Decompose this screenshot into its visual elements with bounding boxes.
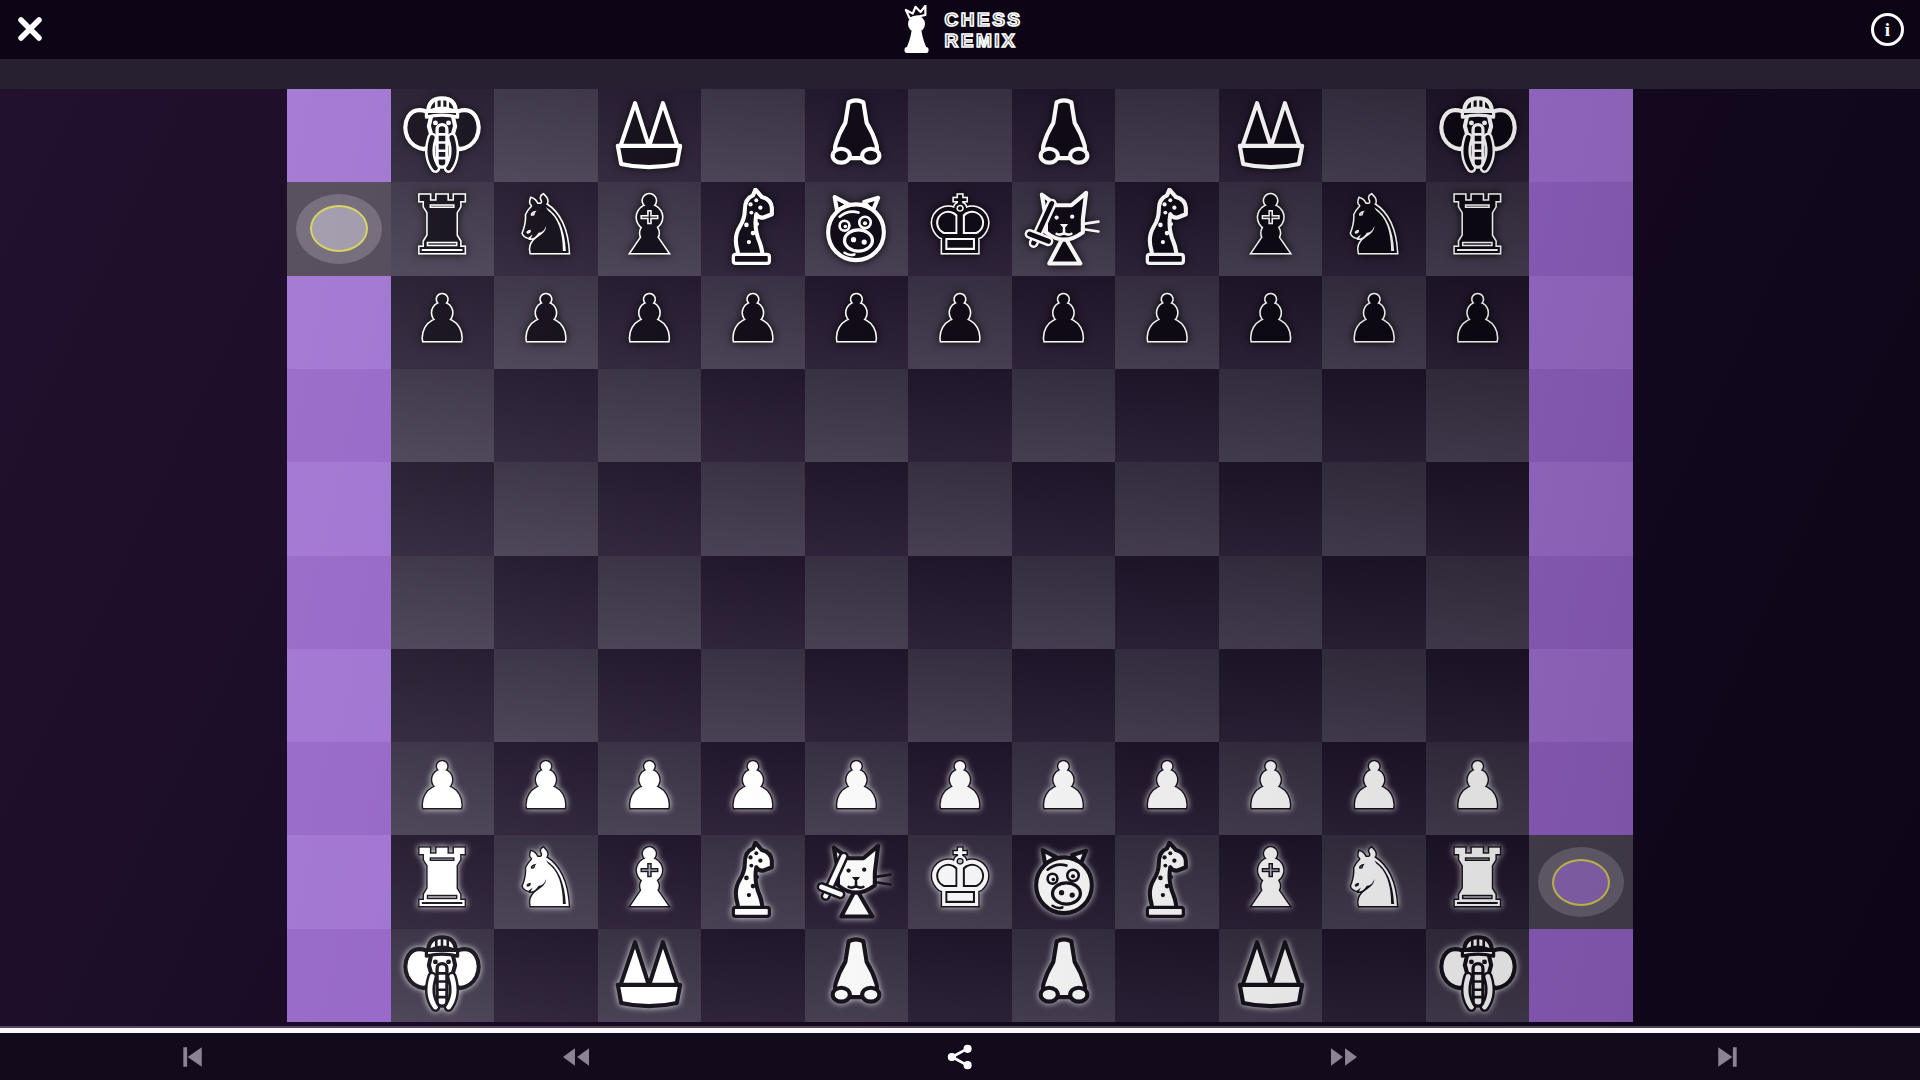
square-g9[interactable]: ♚ — [908, 182, 1012, 275]
chess-remix-screen: CHESS REMIX i — [0, 0, 1920, 1080]
square-m3[interactable] — [1529, 742, 1633, 835]
white-elephant-piece[interactable] — [1426, 929, 1530, 1022]
square-h8[interactable]: ♟ — [1012, 276, 1116, 369]
square-h2[interactable] — [1012, 835, 1116, 928]
square-a6[interactable] — [287, 462, 391, 555]
app-title: CHESS REMIX — [945, 9, 1023, 51]
white-bishop-piece[interactable]: ♝ — [1219, 835, 1323, 928]
skip-to-end-button[interactable] — [1712, 1042, 1744, 1072]
square-l6[interactable] — [1426, 462, 1530, 555]
square-l2[interactable]: ♜ — [1426, 835, 1530, 928]
square-e1[interactable] — [701, 929, 805, 1022]
square-j6[interactable] — [1219, 462, 1323, 555]
square-i4[interactable] — [1115, 649, 1219, 742]
black-elephant-piece[interactable] — [391, 89, 495, 182]
square-k9[interactable]: ♞ — [1322, 182, 1426, 275]
square-c8[interactable]: ♟ — [494, 276, 598, 369]
square-a10[interactable] — [287, 89, 391, 182]
square-j5[interactable] — [1219, 556, 1323, 649]
square-f9[interactable] — [805, 182, 909, 275]
white-pig-piece[interactable] — [1012, 835, 1116, 928]
square-f10[interactable] — [805, 89, 909, 182]
info-button[interactable]: i — [1871, 13, 1904, 46]
black-pawn-piece[interactable]: ♟ — [1426, 276, 1530, 369]
white-pawn-piece[interactable]: ♟ — [1219, 742, 1323, 835]
white-nose-piece[interactable] — [1012, 929, 1116, 1022]
black-giraffe-piece[interactable] — [701, 182, 805, 275]
square-m1[interactable] — [1529, 929, 1633, 1022]
square-h3[interactable]: ♟ — [1012, 742, 1116, 835]
share-button[interactable] — [944, 1042, 976, 1072]
square-f7[interactable] — [805, 369, 909, 462]
square-b2[interactable]: ♜ — [391, 835, 495, 928]
square-j9[interactable]: ♝ — [1219, 182, 1323, 275]
move-marker-ring — [1552, 859, 1610, 906]
black-pawn-piece[interactable]: ♟ — [494, 276, 598, 369]
white-pawn-piece[interactable]: ♟ — [1012, 742, 1116, 835]
square-l7[interactable] — [1426, 369, 1530, 462]
square-h5[interactable] — [1012, 556, 1116, 649]
pawn-crown-logo-icon — [898, 5, 938, 54]
app-logo: CHESS REMIX — [898, 5, 1023, 54]
black-pawn-piece[interactable]: ♟ — [701, 276, 805, 369]
square-e3[interactable]: ♟ — [701, 742, 805, 835]
square-l4[interactable] — [1426, 649, 1530, 742]
square-f8[interactable]: ♟ — [805, 276, 909, 369]
square-j4[interactable] — [1219, 649, 1323, 742]
square-a2[interactable] — [287, 835, 391, 928]
square-m9[interactable] — [1529, 182, 1633, 275]
square-g4[interactable] — [908, 649, 1012, 742]
square-a1[interactable] — [287, 929, 391, 1022]
square-k6[interactable] — [1322, 462, 1426, 555]
square-b6[interactable] — [391, 462, 495, 555]
square-k4[interactable] — [1322, 649, 1426, 742]
white-bishop-piece[interactable]: ♝ — [598, 835, 702, 928]
white-crown-piece[interactable] — [598, 929, 702, 1022]
square-f1[interactable] — [805, 929, 909, 1022]
square-m4[interactable] — [1529, 649, 1633, 742]
square-l1[interactable] — [1426, 929, 1530, 1022]
square-c6[interactable] — [494, 462, 598, 555]
square-g3[interactable]: ♟ — [908, 742, 1012, 835]
square-a9[interactable] — [287, 182, 391, 275]
white-rook-piece[interactable]: ♜ — [391, 835, 495, 928]
square-e8[interactable]: ♟ — [701, 276, 805, 369]
white-pawn-piece[interactable]: ♟ — [1322, 742, 1426, 835]
app-title-line1: CHESS — [945, 9, 1023, 30]
white-king-piece[interactable]: ♚ — [908, 835, 1012, 928]
square-a4[interactable] — [287, 649, 391, 742]
black-elephant-piece[interactable] — [1426, 89, 1530, 182]
square-i10[interactable] — [1115, 89, 1219, 182]
black-pawn-piece[interactable]: ♟ — [908, 276, 1012, 369]
white-knight-piece[interactable]: ♞ — [1322, 835, 1426, 928]
black-rook-piece[interactable]: ♜ — [391, 182, 495, 275]
square-k8[interactable]: ♟ — [1322, 276, 1426, 369]
square-k1[interactable] — [1322, 929, 1426, 1022]
square-j1[interactable] — [1219, 929, 1323, 1022]
square-c7[interactable] — [494, 369, 598, 462]
square-m5[interactable] — [1529, 556, 1633, 649]
square-a7[interactable] — [287, 369, 391, 462]
square-k7[interactable] — [1322, 369, 1426, 462]
square-d3[interactable]: ♟ — [598, 742, 702, 835]
square-g1[interactable] — [908, 929, 1012, 1022]
square-c9[interactable]: ♞ — [494, 182, 598, 275]
square-h9[interactable] — [1012, 182, 1116, 275]
square-g5[interactable] — [908, 556, 1012, 649]
rewind-icon — [560, 1044, 592, 1070]
sub-header-strip — [0, 59, 1920, 89]
square-m10[interactable] — [1529, 89, 1633, 182]
square-d5[interactable] — [598, 556, 702, 649]
info-icon: i — [1885, 20, 1890, 39]
square-e6[interactable] — [701, 462, 805, 555]
white-pawn-piece[interactable]: ♟ — [391, 742, 495, 835]
square-c1[interactable] — [494, 929, 598, 1022]
square-b3[interactable]: ♟ — [391, 742, 495, 835]
black-bishop-piece[interactable]: ♝ — [1219, 182, 1323, 275]
black-pawn-piece[interactable]: ♟ — [1115, 276, 1219, 369]
square-h7[interactable] — [1012, 369, 1116, 462]
black-rook-piece[interactable]: ♜ — [1426, 182, 1530, 275]
black-cat-piece[interactable] — [1012, 182, 1116, 275]
black-pawn-piece[interactable]: ♟ — [1322, 276, 1426, 369]
square-j7[interactable] — [1219, 369, 1323, 462]
square-e10[interactable] — [701, 89, 805, 182]
square-d4[interactable] — [598, 649, 702, 742]
square-j2[interactable]: ♝ — [1219, 835, 1323, 928]
square-b8[interactable]: ♟ — [391, 276, 495, 369]
square-d2[interactable]: ♝ — [598, 835, 702, 928]
move-marker-ring — [310, 205, 368, 252]
square-f6[interactable] — [805, 462, 909, 555]
square-c5[interactable] — [494, 556, 598, 649]
square-e7[interactable] — [701, 369, 805, 462]
square-k5[interactable] — [1322, 556, 1426, 649]
white-knight-piece[interactable]: ♞ — [494, 835, 598, 928]
square-h6[interactable] — [1012, 462, 1116, 555]
square-k10[interactable] — [1322, 89, 1426, 182]
black-knight-piece[interactable]: ♞ — [1322, 182, 1426, 275]
square-f2[interactable] — [805, 835, 909, 928]
rewind-button[interactable] — [560, 1042, 592, 1072]
black-pawn-piece[interactable]: ♟ — [1219, 276, 1323, 369]
black-pawn-piece[interactable]: ♟ — [598, 276, 702, 369]
black-giraffe-piece[interactable] — [1115, 182, 1219, 275]
square-m7[interactable] — [1529, 369, 1633, 462]
square-m6[interactable] — [1529, 462, 1633, 555]
black-pig-piece[interactable] — [805, 182, 909, 275]
skip-to-start-icon — [177, 1044, 207, 1070]
square-d10[interactable] — [598, 89, 702, 182]
skip-to-start-button[interactable] — [176, 1042, 208, 1072]
white-pawn-piece[interactable]: ♟ — [1115, 742, 1219, 835]
square-d1[interactable] — [598, 929, 702, 1022]
square-b1[interactable] — [391, 929, 495, 1022]
square-l5[interactable] — [1426, 556, 1530, 649]
square-l8[interactable]: ♟ — [1426, 276, 1530, 369]
white-crown-piece[interactable] — [1219, 929, 1323, 1022]
white-pawn-piece[interactable]: ♟ — [598, 742, 702, 835]
square-b4[interactable] — [391, 649, 495, 742]
square-h4[interactable] — [1012, 649, 1116, 742]
square-e5[interactable] — [701, 556, 805, 649]
square-f5[interactable] — [805, 556, 909, 649]
square-m8[interactable] — [1529, 276, 1633, 369]
square-i2[interactable] — [1115, 835, 1219, 928]
white-cat-piece[interactable] — [805, 835, 909, 928]
move-marker[interactable] — [1538, 847, 1624, 917]
square-d8[interactable]: ♟ — [598, 276, 702, 369]
fast-forward-icon — [1328, 1044, 1360, 1070]
black-nose-piece[interactable] — [1012, 89, 1116, 182]
square-e4[interactable] — [701, 649, 805, 742]
black-crown-piece[interactable] — [598, 89, 702, 182]
square-g7[interactable] — [908, 369, 1012, 462]
black-king-piece[interactable]: ♚ — [908, 182, 1012, 275]
black-pawn-piece[interactable]: ♟ — [391, 276, 495, 369]
square-l10[interactable] — [1426, 89, 1530, 182]
board: ♜♞♝ ♚ ♝♞♜♟♟♟♟♟♟♟♟♟♟♟♟♟♟♟♟♟♟♟♟♟♟♜♞♝ — [287, 89, 1633, 1022]
square-j10[interactable] — [1219, 89, 1323, 182]
square-i6[interactable] — [1115, 462, 1219, 555]
app-title-line2: REMIX — [945, 30, 1023, 51]
square-i8[interactable]: ♟ — [1115, 276, 1219, 369]
white-rook-piece[interactable]: ♜ — [1426, 835, 1530, 928]
square-l3[interactable]: ♟ — [1426, 742, 1530, 835]
square-i1[interactable] — [1115, 929, 1219, 1022]
black-pawn-piece[interactable]: ♟ — [805, 276, 909, 369]
white-pawn-piece[interactable]: ♟ — [494, 742, 598, 835]
square-d7[interactable] — [598, 369, 702, 462]
white-pawn-piece[interactable]: ♟ — [805, 742, 909, 835]
share-icon — [945, 1043, 975, 1071]
square-k3[interactable]: ♟ — [1322, 742, 1426, 835]
square-j3[interactable]: ♟ — [1219, 742, 1323, 835]
square-k2[interactable]: ♞ — [1322, 835, 1426, 928]
square-i9[interactable] — [1115, 182, 1219, 275]
close-icon — [16, 15, 44, 43]
square-g6[interactable] — [908, 462, 1012, 555]
square-m2[interactable] — [1529, 835, 1633, 928]
black-pawn-piece[interactable]: ♟ — [1012, 276, 1116, 369]
white-nose-piece[interactable] — [805, 929, 909, 1022]
move-marker[interactable] — [296, 194, 382, 264]
square-b10[interactable] — [391, 89, 495, 182]
black-knight-piece[interactable]: ♞ — [494, 182, 598, 275]
white-giraffe-piece[interactable] — [1115, 835, 1219, 928]
white-pawn-piece[interactable]: ♟ — [1426, 742, 1530, 835]
square-c4[interactable] — [494, 649, 598, 742]
square-b9[interactable]: ♜ — [391, 182, 495, 275]
top-bar: CHESS REMIX i — [0, 0, 1920, 59]
square-g10[interactable] — [908, 89, 1012, 182]
black-bishop-piece[interactable]: ♝ — [598, 182, 702, 275]
bottom-toolbar — [0, 1033, 1920, 1080]
square-h1[interactable] — [1012, 929, 1116, 1022]
skip-to-end-icon — [1713, 1044, 1743, 1070]
square-e9[interactable] — [701, 182, 805, 275]
square-d9[interactable]: ♝ — [598, 182, 702, 275]
square-g2[interactable]: ♚ — [908, 835, 1012, 928]
square-i7[interactable] — [1115, 369, 1219, 462]
white-giraffe-piece[interactable] — [701, 835, 805, 928]
white-pawn-piece[interactable]: ♟ — [908, 742, 1012, 835]
square-g8[interactable]: ♟ — [908, 276, 1012, 369]
square-a3[interactable] — [287, 742, 391, 835]
square-h10[interactable] — [1012, 89, 1116, 182]
square-f3[interactable]: ♟ — [805, 742, 909, 835]
square-a5[interactable] — [287, 556, 391, 649]
square-d6[interactable] — [598, 462, 702, 555]
square-l9[interactable]: ♜ — [1426, 182, 1530, 275]
fast-forward-button[interactable] — [1328, 1042, 1360, 1072]
square-f4[interactable] — [805, 649, 909, 742]
white-elephant-piece[interactable] — [391, 929, 495, 1022]
square-b5[interactable] — [391, 556, 495, 649]
square-c2[interactable]: ♞ — [494, 835, 598, 928]
square-c10[interactable] — [494, 89, 598, 182]
square-i5[interactable] — [1115, 556, 1219, 649]
square-c3[interactable]: ♟ — [494, 742, 598, 835]
square-a8[interactable] — [287, 276, 391, 369]
square-i3[interactable]: ♟ — [1115, 742, 1219, 835]
close-button[interactable] — [16, 15, 44, 43]
black-crown-piece[interactable] — [1219, 89, 1323, 182]
white-pawn-piece[interactable]: ♟ — [701, 742, 805, 835]
square-b7[interactable] — [391, 369, 495, 462]
square-j8[interactable]: ♟ — [1219, 276, 1323, 369]
black-nose-piece[interactable] — [805, 89, 909, 182]
square-e2[interactable] — [701, 835, 805, 928]
